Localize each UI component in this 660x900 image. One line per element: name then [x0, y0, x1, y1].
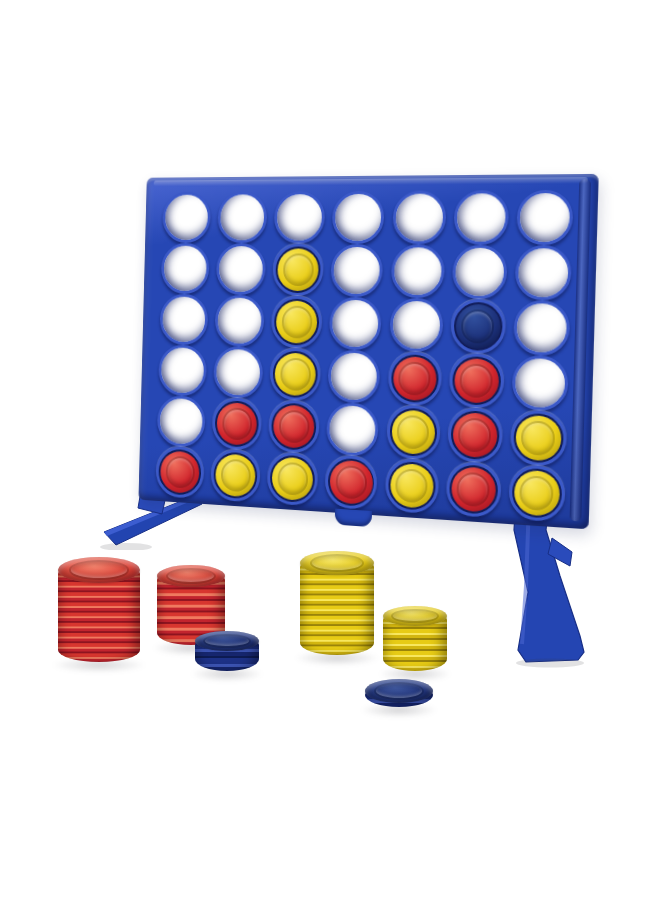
blue-stack-small-top-face — [195, 631, 259, 651]
disc-stacks — [0, 0, 660, 900]
red-stack-medium-top-face — [157, 565, 225, 587]
blue-disc-single-top-face — [365, 679, 433, 703]
yellow-stack-tall-top-face — [300, 551, 374, 575]
yellow-stack-tall — [300, 551, 374, 659]
yellow-stack-medium-top-face — [383, 606, 447, 626]
blue-disc-single — [365, 679, 433, 711]
red-stack-tall-top-face — [58, 557, 140, 583]
blue-stack-small — [195, 631, 259, 675]
red-stack-tall-side — [58, 570, 140, 662]
yellow-stack-tall-side — [300, 563, 374, 655]
connect-four-product-photo — [0, 0, 660, 900]
yellow-stack-medium — [383, 606, 447, 675]
red-stack-tall — [58, 557, 140, 666]
